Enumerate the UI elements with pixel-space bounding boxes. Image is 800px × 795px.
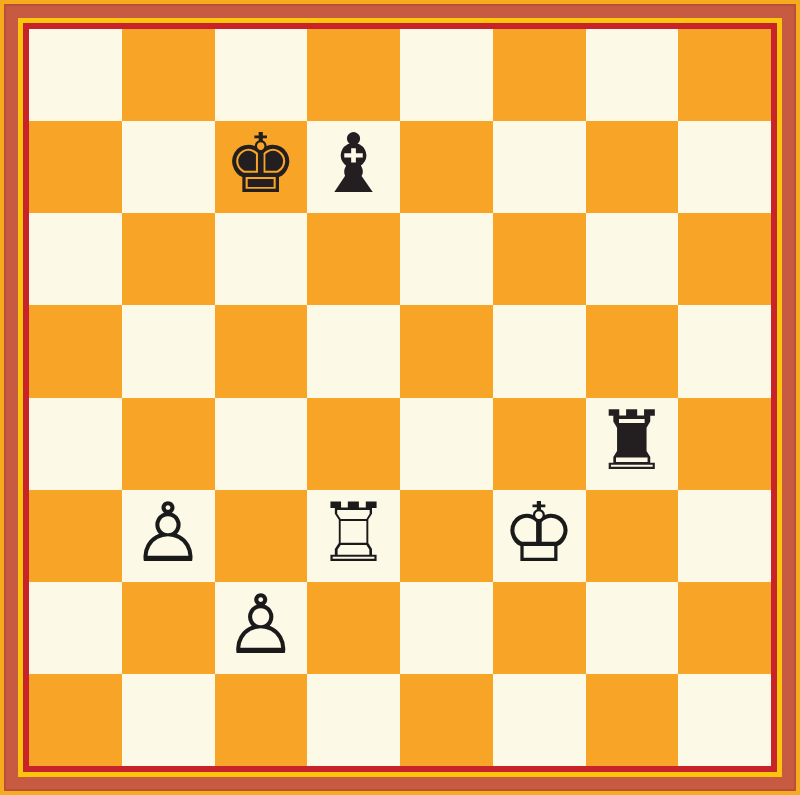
square-e8[interactable] [400,29,493,121]
square-h6[interactable] [678,213,771,305]
square-e6[interactable] [400,213,493,305]
square-d2[interactable] [307,582,400,674]
square-e4[interactable] [400,398,493,490]
square-c1[interactable] [215,674,308,766]
square-c8[interactable] [215,29,308,121]
square-d5[interactable] [307,305,400,397]
square-d8[interactable] [307,29,400,121]
square-e7[interactable] [400,121,493,213]
black-bishop-piece[interactable]: ♝ [317,123,391,205]
square-g7[interactable] [586,121,679,213]
square-h7[interactable] [678,121,771,213]
frame-red-line: ♚♝♜♙♖♔♙ [23,23,777,772]
square-g6[interactable] [586,213,679,305]
square-h2[interactable] [678,582,771,674]
square-f5[interactable] [493,305,586,397]
square-h1[interactable] [678,674,771,766]
square-c5[interactable] [215,305,308,397]
chess-board: ♚♝♜♙♖♔♙ [29,29,771,766]
frame-inner-gold-band: ♚♝♜♙♖♔♙ [18,18,782,777]
square-g4[interactable]: ♜ [586,398,679,490]
square-f6[interactable] [493,213,586,305]
square-g3[interactable] [586,490,679,582]
chess-diagram: ♚♝♜♙♖♔♙ [0,0,800,795]
square-a4[interactable] [29,398,122,490]
square-c7[interactable]: ♚ [215,121,308,213]
square-c6[interactable] [215,213,308,305]
square-b3[interactable]: ♙ [122,490,215,582]
square-h8[interactable] [678,29,771,121]
square-f4[interactable] [493,398,586,490]
frame-terracotta-band: ♚♝♜♙♖♔♙ [4,4,796,791]
square-b7[interactable] [122,121,215,213]
square-b6[interactable] [122,213,215,305]
white-king-piece[interactable]: ♔ [502,492,576,574]
square-g8[interactable] [586,29,679,121]
black-king-piece[interactable]: ♚ [224,123,298,205]
black-rook-piece[interactable]: ♜ [595,400,669,482]
square-f3[interactable]: ♔ [493,490,586,582]
square-d3[interactable]: ♖ [307,490,400,582]
square-e1[interactable] [400,674,493,766]
frame-outer-gold-band: ♚♝♜♙♖♔♙ [0,0,800,795]
square-e5[interactable] [400,305,493,397]
square-b2[interactable] [122,582,215,674]
square-g5[interactable] [586,305,679,397]
white-pawn-piece[interactable]: ♙ [224,584,298,666]
white-pawn-piece[interactable]: ♙ [131,492,205,574]
square-b4[interactable] [122,398,215,490]
square-h3[interactable] [678,490,771,582]
square-d6[interactable] [307,213,400,305]
square-g1[interactable] [586,674,679,766]
square-a8[interactable] [29,29,122,121]
square-a1[interactable] [29,674,122,766]
square-e3[interactable] [400,490,493,582]
square-g2[interactable] [586,582,679,674]
square-c2[interactable]: ♙ [215,582,308,674]
square-b1[interactable] [122,674,215,766]
square-d1[interactable] [307,674,400,766]
square-a7[interactable] [29,121,122,213]
square-a6[interactable] [29,213,122,305]
square-a2[interactable] [29,582,122,674]
square-f1[interactable] [493,674,586,766]
square-d4[interactable] [307,398,400,490]
square-h5[interactable] [678,305,771,397]
square-b5[interactable] [122,305,215,397]
square-f7[interactable] [493,121,586,213]
square-h4[interactable] [678,398,771,490]
square-a3[interactable] [29,490,122,582]
square-d7[interactable]: ♝ [307,121,400,213]
square-c4[interactable] [215,398,308,490]
square-c3[interactable] [215,490,308,582]
square-a5[interactable] [29,305,122,397]
square-f8[interactable] [493,29,586,121]
white-rook-piece[interactable]: ♖ [317,492,391,574]
square-f2[interactable] [493,582,586,674]
square-e2[interactable] [400,582,493,674]
square-b8[interactable] [122,29,215,121]
